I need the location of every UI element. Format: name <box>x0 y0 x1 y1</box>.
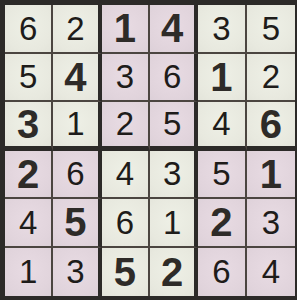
cell-r6c5: 6 <box>198 248 246 297</box>
digit: 4 <box>64 57 86 97</box>
digit: 6 <box>19 12 37 45</box>
digit: 5 <box>212 157 230 190</box>
cell-r2c6: 2 <box>247 54 295 103</box>
digit: 4 <box>116 157 134 190</box>
cell-r5c5: 2 <box>198 199 246 248</box>
cell-r5c1: 4 <box>5 199 53 248</box>
cell-r3c6: 6 <box>247 102 295 151</box>
cell-r3c5: 4 <box>198 102 246 151</box>
digit: 1 <box>210 57 232 97</box>
digit: 1 <box>114 8 136 48</box>
cell-r5c3: 6 <box>102 199 150 248</box>
cell-r1c1: 6 <box>5 5 53 54</box>
cell-r4c5: 5 <box>198 151 246 200</box>
digit: 3 <box>163 157 181 190</box>
cell-r2c2: 4 <box>53 54 101 103</box>
cell-r5c6: 3 <box>247 199 295 248</box>
cell-r1c6: 5 <box>247 5 295 54</box>
cell-r6c4: 2 <box>150 248 198 297</box>
digit: 2 <box>161 252 183 292</box>
digit: 2 <box>262 60 280 93</box>
digit: 6 <box>116 206 134 239</box>
digit: 2 <box>17 154 39 194</box>
cell-r2c5: 1 <box>198 54 246 103</box>
digit: 3 <box>262 206 280 239</box>
digit: 5 <box>114 252 136 292</box>
cell-r3c2: 1 <box>53 102 101 151</box>
digit: 3 <box>116 60 134 93</box>
digit: 5 <box>163 107 181 140</box>
digit: 1 <box>66 107 84 140</box>
cell-r6c2: 3 <box>53 248 101 297</box>
cell-r3c3: 2 <box>102 102 150 151</box>
sudoku-board: 6 2 1 4 3 5 5 4 3 6 1 2 3 1 2 5 4 6 2 6 … <box>0 0 297 300</box>
digit: 5 <box>64 202 86 242</box>
cell-r4c4: 3 <box>150 151 198 200</box>
cell-r6c6: 4 <box>247 248 295 297</box>
digit: 2 <box>116 107 134 140</box>
digit: 3 <box>212 12 230 45</box>
cell-r5c2: 5 <box>53 199 101 248</box>
cell-r6c1: 1 <box>5 248 53 297</box>
cell-r4c1: 2 <box>5 151 53 200</box>
cell-r1c5: 3 <box>198 5 246 54</box>
digit: 5 <box>262 12 280 45</box>
digit: 1 <box>19 255 37 288</box>
cell-r1c3: 1 <box>102 5 150 54</box>
digit: 4 <box>212 107 230 140</box>
digit: 6 <box>212 255 230 288</box>
digit: 6 <box>260 104 282 144</box>
digit: 6 <box>66 157 84 190</box>
digit: 3 <box>17 104 39 144</box>
cell-r5c4: 1 <box>150 199 198 248</box>
cell-r4c3: 4 <box>102 151 150 200</box>
cell-r6c3: 5 <box>102 248 150 297</box>
digit: 4 <box>262 255 280 288</box>
cell-r3c4: 5 <box>150 102 198 151</box>
cell-r2c4: 6 <box>150 54 198 103</box>
cell-r1c2: 2 <box>53 5 101 54</box>
cell-r3c1: 3 <box>5 102 53 151</box>
digit: 1 <box>163 206 181 239</box>
digit: 5 <box>19 60 37 93</box>
digit: 1 <box>260 154 282 194</box>
digit: 3 <box>66 255 84 288</box>
cell-r1c4: 4 <box>150 5 198 54</box>
cell-r2c1: 5 <box>5 54 53 103</box>
digit: 2 <box>210 202 232 242</box>
cell-r4c2: 6 <box>53 151 101 200</box>
cell-r2c3: 3 <box>102 54 150 103</box>
digit: 2 <box>66 12 84 45</box>
digit: 4 <box>161 8 183 48</box>
cell-r4c6: 1 <box>247 151 295 200</box>
digit: 4 <box>19 206 37 239</box>
digit: 6 <box>163 60 181 93</box>
